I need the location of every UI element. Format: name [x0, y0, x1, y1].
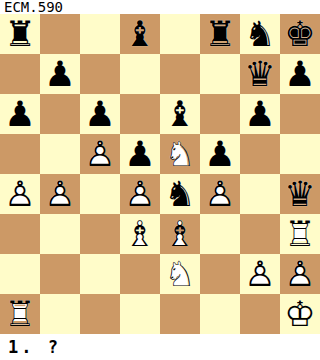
- square-e2[interactable]: ♞♘: [160, 254, 200, 294]
- black-pawn-c6[interactable]: ♟: [80, 94, 120, 134]
- square-g1[interactable]: [240, 294, 280, 334]
- piece-glyph: ♞: [240, 14, 280, 54]
- piece-glyph: ♟: [120, 134, 160, 174]
- square-g4[interactable]: [240, 174, 280, 214]
- square-f5[interactable]: ♟: [200, 134, 240, 174]
- piece-glyph: ♝: [160, 94, 200, 134]
- white-king-h1[interactable]: ♚♔: [280, 294, 320, 334]
- white-pawn-b4[interactable]: ♟♙: [40, 174, 80, 214]
- piece-outline: ♔: [280, 294, 320, 334]
- square-b5[interactable]: [40, 134, 80, 174]
- square-g6[interactable]: ♟: [240, 94, 280, 134]
- square-h3[interactable]: ♜♖: [280, 214, 320, 254]
- piece-outline: ♖: [280, 214, 320, 254]
- square-h5[interactable]: [280, 134, 320, 174]
- black-rook-f8[interactable]: ♜: [200, 14, 240, 54]
- square-d5[interactable]: ♟: [120, 134, 160, 174]
- square-f1[interactable]: [200, 294, 240, 334]
- square-f2[interactable]: [200, 254, 240, 294]
- piece-outline: ♖: [0, 294, 40, 334]
- square-a8[interactable]: ♜: [0, 14, 40, 54]
- piece-outline: ♙: [200, 174, 240, 214]
- piece-glyph: ♟: [0, 94, 40, 134]
- white-knight-e2[interactable]: ♞♘: [160, 254, 200, 294]
- square-c7[interactable]: [80, 54, 120, 94]
- piece-glyph: ♛: [280, 174, 320, 214]
- chess-app-window: ECM.590 ♜♝♜♞♚♟♛♟♟♟♝♟♟♙♟♞♘♟♟♙♟♙♟♙♞♟♙♛♝♗♝♗…: [0, 0, 320, 360]
- piece-glyph: ♝: [120, 14, 160, 54]
- piece-glyph: ♛: [240, 54, 280, 94]
- square-f3[interactable]: [200, 214, 240, 254]
- white-pawn-a4[interactable]: ♟♙: [0, 174, 40, 214]
- piece-glyph: ♟: [40, 54, 80, 94]
- square-c4[interactable]: [80, 174, 120, 214]
- piece-outline: ♙: [80, 134, 120, 174]
- piece-glyph: ♟: [80, 94, 120, 134]
- black-king-h8[interactable]: ♚: [280, 14, 320, 54]
- square-b3[interactable]: [40, 214, 80, 254]
- square-d1[interactable]: [120, 294, 160, 334]
- white-bishop-d3[interactable]: ♝♗: [120, 214, 160, 254]
- piece-outline: ♘: [160, 134, 200, 174]
- square-c2[interactable]: [80, 254, 120, 294]
- black-pawn-f5[interactable]: ♟: [200, 134, 240, 174]
- square-e4[interactable]: ♞: [160, 174, 200, 214]
- chess-board: ♜♝♜♞♚♟♛♟♟♟♝♟♟♙♟♞♘♟♟♙♟♙♟♙♞♟♙♛♝♗♝♗♜♖♞♘♟♙♟♙…: [0, 14, 320, 334]
- square-f8[interactable]: ♜: [200, 14, 240, 54]
- square-h7[interactable]: ♟: [280, 54, 320, 94]
- square-h2[interactable]: ♟♙: [280, 254, 320, 294]
- black-bishop-d8[interactable]: ♝: [120, 14, 160, 54]
- square-b8[interactable]: [40, 14, 80, 54]
- square-a2[interactable]: [0, 254, 40, 294]
- black-pawn-a6[interactable]: ♟: [0, 94, 40, 134]
- white-knight-e5[interactable]: ♞♘: [160, 134, 200, 174]
- square-d6[interactable]: [120, 94, 160, 134]
- white-pawn-h2[interactable]: ♟♙: [280, 254, 320, 294]
- square-a1[interactable]: ♜♖: [0, 294, 40, 334]
- square-e5[interactable]: ♞♘: [160, 134, 200, 174]
- square-b4[interactable]: ♟♙: [40, 174, 80, 214]
- square-f7[interactable]: [200, 54, 240, 94]
- black-bishop-e6[interactable]: ♝: [160, 94, 200, 134]
- square-d2[interactable]: [120, 254, 160, 294]
- black-rook-a8[interactable]: ♜: [0, 14, 40, 54]
- square-c5[interactable]: ♟♙: [80, 134, 120, 174]
- piece-outline: ♙: [120, 174, 160, 214]
- black-pawn-d5[interactable]: ♟: [120, 134, 160, 174]
- square-e6[interactable]: ♝: [160, 94, 200, 134]
- square-h4[interactable]: ♛: [280, 174, 320, 214]
- square-a3[interactable]: [0, 214, 40, 254]
- piece-outline: ♙: [40, 174, 80, 214]
- square-f6[interactable]: [200, 94, 240, 134]
- square-f4[interactable]: ♟♙: [200, 174, 240, 214]
- square-c3[interactable]: [80, 214, 120, 254]
- white-bishop-e3[interactable]: ♝♗: [160, 214, 200, 254]
- black-queen-g7[interactable]: ♛: [240, 54, 280, 94]
- black-queen-h4[interactable]: ♛: [280, 174, 320, 214]
- square-g7[interactable]: ♛: [240, 54, 280, 94]
- square-a5[interactable]: [0, 134, 40, 174]
- black-pawn-h7[interactable]: ♟: [280, 54, 320, 94]
- black-knight-g8[interactable]: ♞: [240, 14, 280, 54]
- square-h1[interactable]: ♚♔: [280, 294, 320, 334]
- square-b2[interactable]: [40, 254, 80, 294]
- piece-glyph: ♟: [240, 94, 280, 134]
- black-knight-e4[interactable]: ♞: [160, 174, 200, 214]
- piece-glyph: ♜: [200, 14, 240, 54]
- square-e1[interactable]: [160, 294, 200, 334]
- piece-outline: ♙: [0, 174, 40, 214]
- square-e3[interactable]: ♝♗: [160, 214, 200, 254]
- piece-outline: ♙: [280, 254, 320, 294]
- piece-outline: ♗: [120, 214, 160, 254]
- square-a7[interactable]: [0, 54, 40, 94]
- square-b1[interactable]: [40, 294, 80, 334]
- square-a6[interactable]: ♟: [0, 94, 40, 134]
- square-b6[interactable]: [40, 94, 80, 134]
- square-g2[interactable]: ♟♙: [240, 254, 280, 294]
- square-h8[interactable]: ♚: [280, 14, 320, 54]
- piece-outline: ♗: [160, 214, 200, 254]
- piece-glyph: ♞: [160, 174, 200, 214]
- piece-outline: ♘: [160, 254, 200, 294]
- white-pawn-d4[interactable]: ♟♙: [120, 174, 160, 214]
- square-a4[interactable]: ♟♙: [0, 174, 40, 214]
- piece-glyph: ♜: [0, 14, 40, 54]
- square-d4[interactable]: ♟♙: [120, 174, 160, 214]
- square-b7[interactable]: ♟: [40, 54, 80, 94]
- square-g8[interactable]: ♞: [240, 14, 280, 54]
- square-g5[interactable]: [240, 134, 280, 174]
- square-g3[interactable]: [240, 214, 280, 254]
- piece-outline: ♙: [240, 254, 280, 294]
- white-rook-a1[interactable]: ♜♖: [0, 294, 40, 334]
- move-prompt: 1. ?: [0, 334, 320, 360]
- black-pawn-g6[interactable]: ♟: [240, 94, 280, 134]
- square-c8[interactable]: [80, 14, 120, 54]
- square-h6[interactable]: [280, 94, 320, 134]
- piece-glyph: ♚: [280, 14, 320, 54]
- square-e8[interactable]: [160, 14, 200, 54]
- piece-glyph: ♟: [280, 54, 320, 94]
- square-c6[interactable]: ♟: [80, 94, 120, 134]
- white-pawn-g2[interactable]: ♟♙: [240, 254, 280, 294]
- white-pawn-f4[interactable]: ♟♙: [200, 174, 240, 214]
- square-d3[interactable]: ♝♗: [120, 214, 160, 254]
- piece-glyph: ♟: [200, 134, 240, 174]
- square-d8[interactable]: ♝: [120, 14, 160, 54]
- square-c1[interactable]: [80, 294, 120, 334]
- black-pawn-b7[interactable]: ♟: [40, 54, 80, 94]
- white-rook-h3[interactable]: ♜♖: [280, 214, 320, 254]
- white-pawn-c5[interactable]: ♟♙: [80, 134, 120, 174]
- square-e7[interactable]: [160, 54, 200, 94]
- square-d7[interactable]: [120, 54, 160, 94]
- puzzle-title: ECM.590: [0, 0, 320, 14]
